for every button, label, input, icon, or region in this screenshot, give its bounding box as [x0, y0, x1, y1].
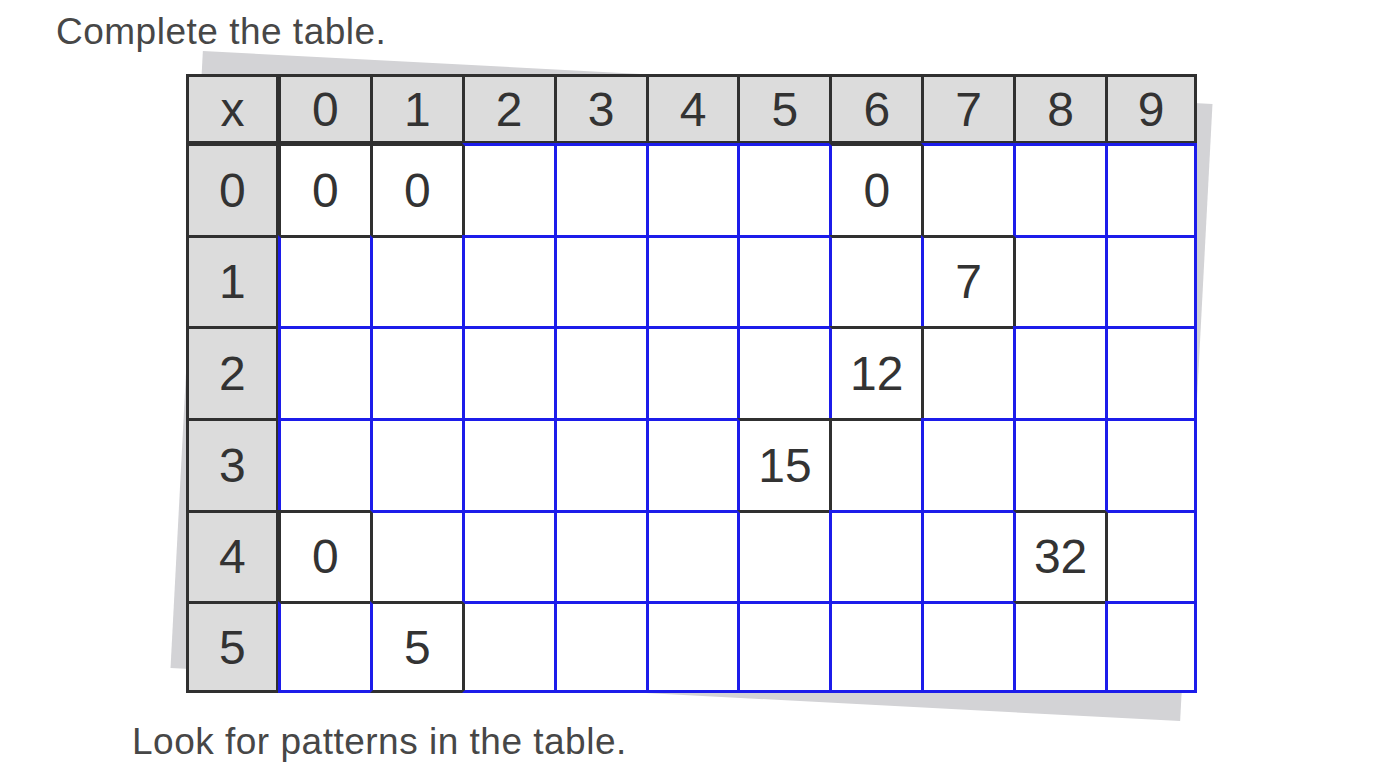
product-cell-r0-c6: 0 [829, 143, 921, 235]
answer-cell-r4-c4 [646, 510, 738, 602]
answer-cell-r4-c3 [554, 510, 646, 602]
answer-cell-r2-c3 [554, 326, 646, 418]
col-header-5: 5 [737, 74, 829, 143]
answer-cell-r3-c4 [646, 418, 738, 510]
answer-cell-r1-c8 [1013, 235, 1105, 327]
answer-cell-r3-c0 [278, 418, 370, 510]
answer-cell-r4-c7 [921, 510, 1013, 602]
answer-cell-r5-c3 [554, 601, 646, 693]
answer-cell-r0-c5 [737, 143, 829, 235]
answer-cell-r5-c5 [737, 601, 829, 693]
answer-cell-r2-c5 [737, 326, 829, 418]
answer-cell-r0-c4 [646, 143, 738, 235]
answer-cell-r2-c9 [1105, 326, 1197, 418]
answer-cell-r4-c9 [1105, 510, 1197, 602]
answer-cell-r1-c6 [829, 235, 921, 327]
answer-cell-r1-c1 [370, 235, 462, 327]
answer-cell-r4-c2 [462, 510, 554, 602]
answer-cell-r2-c7 [921, 326, 1013, 418]
col-header-1: 1 [370, 74, 462, 143]
answer-cell-r5-c6 [829, 601, 921, 693]
col-header-9: 9 [1105, 74, 1197, 143]
col-header-4: 4 [646, 74, 738, 143]
answer-cell-r0-c7 [921, 143, 1013, 235]
answer-cell-r3-c3 [554, 418, 646, 510]
answer-cell-r5-c2 [462, 601, 554, 693]
answer-cell-r5-c9 [1105, 601, 1197, 693]
answer-cell-r1-c0 [278, 235, 370, 327]
answer-cell-r5-c7 [921, 601, 1013, 693]
answer-cell-r2-c8 [1013, 326, 1105, 418]
answer-cell-r2-c2 [462, 326, 554, 418]
col-header-6: 6 [829, 74, 921, 143]
answer-cell-r3-c1 [370, 418, 462, 510]
answer-cell-r1-c5 [737, 235, 829, 327]
row-header-5: 5 [186, 601, 278, 693]
answer-cell-r2-c4 [646, 326, 738, 418]
product-cell-r1-c7: 7 [921, 235, 1013, 327]
col-header-7: 7 [921, 74, 1013, 143]
answer-cell-r2-c1 [370, 326, 462, 418]
product-cell-r4-c8: 32 [1013, 510, 1105, 602]
product-cell-r4-c0: 0 [278, 510, 370, 602]
row-header-3: 3 [186, 418, 278, 510]
multiplication-table-grid: x0123456789000017212315403255 [186, 74, 1197, 693]
answer-cell-r3-c2 [462, 418, 554, 510]
answer-cell-r0-c2 [462, 143, 554, 235]
col-header-3: 3 [554, 74, 646, 143]
answer-cell-r2-c0 [278, 326, 370, 418]
instruction-top: Complete the table. [56, 11, 386, 53]
operator-cell: x [186, 74, 278, 143]
answer-cell-r5-c4 [646, 601, 738, 693]
col-header-2: 2 [462, 74, 554, 143]
product-cell-r3-c5: 15 [737, 418, 829, 510]
answer-cell-r5-c0 [278, 601, 370, 693]
worksheet-page: Complete the table. x0123456789000017212… [0, 0, 1380, 776]
answer-cell-r1-c2 [462, 235, 554, 327]
answer-cell-r3-c6 [829, 418, 921, 510]
answer-cell-r1-c9 [1105, 235, 1197, 327]
row-header-0: 0 [186, 143, 278, 235]
answer-cell-r4-c6 [829, 510, 921, 602]
row-header-4: 4 [186, 510, 278, 602]
answer-cell-r0-c9 [1105, 143, 1197, 235]
answer-cell-r3-c8 [1013, 418, 1105, 510]
row-header-1: 1 [186, 235, 278, 327]
answer-cell-r0-c3 [554, 143, 646, 235]
product-cell-r0-c1: 0 [370, 143, 462, 235]
col-header-0: 0 [278, 74, 370, 143]
answer-cell-r0-c8 [1013, 143, 1105, 235]
answer-cell-r4-c1 [370, 510, 462, 602]
answer-cell-r4-c5 [737, 510, 829, 602]
product-cell-r2-c6: 12 [829, 326, 921, 418]
instruction-bottom: Look for patterns in the table. [132, 721, 627, 763]
answer-cell-r3-c9 [1105, 418, 1197, 510]
answer-cell-r1-c4 [646, 235, 738, 327]
product-cell-r5-c1: 5 [370, 601, 462, 693]
row-header-2: 2 [186, 326, 278, 418]
answer-cell-r5-c8 [1013, 601, 1105, 693]
col-header-8: 8 [1013, 74, 1105, 143]
product-cell-r0-c0: 0 [278, 143, 370, 235]
answer-cell-r1-c3 [554, 235, 646, 327]
answer-cell-r3-c7 [921, 418, 1013, 510]
